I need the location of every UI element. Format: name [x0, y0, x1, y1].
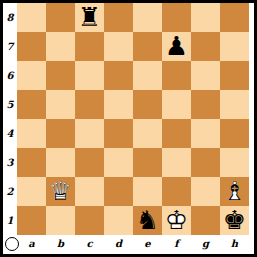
square-c8[interactable]: ♜	[75, 3, 104, 32]
rank-labels: 8 7 6 5 4 3 2 1	[3, 3, 17, 235]
rank-label-8: 8	[3, 3, 17, 32]
square-e2[interactable]	[133, 177, 162, 206]
square-e8[interactable]	[133, 3, 162, 32]
square-a6[interactable]	[17, 61, 46, 90]
square-e1[interactable]: ♞	[133, 206, 162, 235]
square-e5[interactable]	[133, 90, 162, 119]
rank-label-4: 4	[3, 119, 17, 148]
square-d2[interactable]	[104, 177, 133, 206]
square-c4[interactable]	[75, 119, 104, 148]
square-d7[interactable]	[104, 32, 133, 61]
square-h4[interactable]	[220, 119, 249, 148]
square-g6[interactable]	[191, 61, 220, 90]
chess-board: ♜♟♛♕♝♗♞♚♔♚	[17, 3, 249, 235]
square-b6[interactable]	[46, 61, 75, 90]
rank-label-2: 2	[3, 177, 17, 206]
file-label-h: h	[220, 235, 249, 252]
square-f2[interactable]	[162, 177, 191, 206]
file-label-d: d	[104, 235, 133, 252]
file-label-a: a	[17, 235, 46, 252]
square-a2[interactable]	[17, 177, 46, 206]
square-h5[interactable]	[220, 90, 249, 119]
piece-outline-layer: ♕	[46, 177, 75, 206]
piece-outline-layer: ♗	[220, 177, 249, 206]
square-g7[interactable]	[191, 32, 220, 61]
square-b4[interactable]	[46, 119, 75, 148]
square-b8[interactable]	[46, 3, 75, 32]
square-g8[interactable]	[191, 3, 220, 32]
file-label-c: c	[75, 235, 104, 252]
file-labels: a b c d e f g h	[17, 235, 249, 252]
square-f7[interactable]: ♟	[162, 32, 191, 61]
piece-black-rook[interactable]: ♜	[75, 3, 104, 32]
square-b1[interactable]	[46, 206, 75, 235]
square-f6[interactable]	[162, 61, 191, 90]
rank-label-1: 1	[3, 206, 17, 235]
file-label-e: e	[133, 235, 162, 252]
piece-black-knight[interactable]: ♞	[133, 206, 162, 235]
square-a7[interactable]	[17, 32, 46, 61]
square-h2[interactable]: ♝♗	[220, 177, 249, 206]
file-label-b: b	[46, 235, 75, 252]
square-a3[interactable]	[17, 148, 46, 177]
square-e7[interactable]	[133, 32, 162, 61]
square-e3[interactable]	[133, 148, 162, 177]
square-g4[interactable]	[191, 119, 220, 148]
square-e6[interactable]	[133, 61, 162, 90]
piece-black-king[interactable]: ♚	[220, 206, 249, 235]
square-b7[interactable]	[46, 32, 75, 61]
square-c7[interactable]	[75, 32, 104, 61]
file-label-g: g	[191, 235, 220, 252]
square-d3[interactable]	[104, 148, 133, 177]
square-c3[interactable]	[75, 148, 104, 177]
square-g3[interactable]	[191, 148, 220, 177]
square-g2[interactable]	[191, 177, 220, 206]
square-c2[interactable]	[75, 177, 104, 206]
square-h1[interactable]: ♚	[220, 206, 249, 235]
square-h3[interactable]	[220, 148, 249, 177]
piece-white-king[interactable]: ♚♔	[162, 206, 191, 235]
square-b5[interactable]	[46, 90, 75, 119]
square-g5[interactable]	[191, 90, 220, 119]
square-f4[interactable]	[162, 119, 191, 148]
square-d5[interactable]	[104, 90, 133, 119]
white-to-move-indicator	[5, 237, 19, 251]
piece-black-pawn[interactable]: ♟	[162, 32, 191, 61]
square-a5[interactable]	[17, 90, 46, 119]
square-f8[interactable]	[162, 3, 191, 32]
square-f5[interactable]	[162, 90, 191, 119]
square-d4[interactable]	[104, 119, 133, 148]
square-b2[interactable]: ♛♕	[46, 177, 75, 206]
chess-diagram: 8 7 6 5 4 3 2 1 ♜♟♛♕♝♗♞♚♔♚ a b c d e f g…	[0, 0, 257, 257]
piece-white-queen[interactable]: ♛♕	[46, 177, 75, 206]
square-a4[interactable]	[17, 119, 46, 148]
rank-label-5: 5	[3, 90, 17, 119]
file-label-f: f	[162, 235, 191, 252]
square-a1[interactable]	[17, 206, 46, 235]
square-d1[interactable]	[104, 206, 133, 235]
square-d8[interactable]	[104, 3, 133, 32]
square-g1[interactable]	[191, 206, 220, 235]
square-h8[interactable]	[220, 3, 249, 32]
square-c1[interactable]	[75, 206, 104, 235]
square-h6[interactable]	[220, 61, 249, 90]
square-f3[interactable]	[162, 148, 191, 177]
rank-label-6: 6	[3, 61, 17, 90]
piece-outline-layer: ♔	[162, 206, 191, 235]
square-d6[interactable]	[104, 61, 133, 90]
square-c6[interactable]	[75, 61, 104, 90]
square-a8[interactable]	[17, 3, 46, 32]
square-c5[interactable]	[75, 90, 104, 119]
piece-white-bishop[interactable]: ♝♗	[220, 177, 249, 206]
square-e4[interactable]	[133, 119, 162, 148]
rank-label-7: 7	[3, 32, 17, 61]
square-h7[interactable]	[220, 32, 249, 61]
rank-label-3: 3	[3, 148, 17, 177]
square-f1[interactable]: ♚♔	[162, 206, 191, 235]
square-b3[interactable]	[46, 148, 75, 177]
